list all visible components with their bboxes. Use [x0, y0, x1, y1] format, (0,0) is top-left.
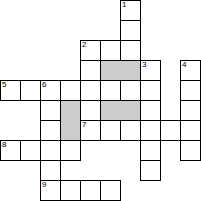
crossword-cell-r6c7[interactable] [140, 120, 161, 141]
crossword-cell-r4c2[interactable] [40, 80, 61, 101]
crossword-cell-r6c4[interactable] [80, 120, 101, 141]
crossword-cell-r4c0[interactable] [0, 80, 21, 101]
crossword-cell-r7c3[interactable] [60, 140, 81, 161]
crossword-cell-r6c8[interactable] [160, 120, 181, 141]
crossword-cell-r5c2[interactable] [40, 100, 61, 121]
crossword-cell-r6c2[interactable] [40, 120, 61, 141]
crossword-cell-r9c5[interactable] [100, 180, 121, 201]
blocked-cells-1 [100, 100, 141, 121]
crossword-cell-r2c5[interactable] [100, 40, 121, 61]
crossword-cell-r7c7[interactable] [140, 140, 161, 161]
crossword-cell-r3c4[interactable] [80, 60, 101, 81]
crossword-cell-r7c0[interactable] [0, 140, 21, 161]
crossword-cell-r5c7[interactable] [140, 100, 161, 121]
crossword-cell-r4c9[interactable] [180, 80, 201, 101]
crossword-cell-r8c7[interactable] [140, 160, 161, 181]
crossword-cell-r5c9[interactable] [180, 100, 201, 121]
crossword-cell-r4c4[interactable] [80, 80, 101, 101]
crossword-cell-r7c1[interactable] [20, 140, 41, 161]
crossword-board: 123456789 [0, 0, 201, 201]
crossword-cell-r8c2[interactable] [40, 160, 61, 181]
crossword-cell-r7c9[interactable] [180, 140, 201, 161]
crossword-cell-r9c4[interactable] [80, 180, 101, 201]
crossword-cell-r4c6[interactable] [120, 80, 141, 101]
crossword-cell-r4c3[interactable] [60, 80, 81, 101]
blocked-cells-2 [60, 100, 81, 141]
crossword-cell-r4c1[interactable] [20, 80, 41, 101]
crossword-cell-r9c3[interactable] [60, 180, 81, 201]
crossword-cell-r2c4[interactable] [80, 40, 101, 61]
crossword-cell-r9c2[interactable] [40, 180, 61, 201]
crossword-cell-r3c9[interactable] [180, 60, 201, 81]
crossword-cell-r6c5[interactable] [100, 120, 121, 141]
crossword-cell-r6c6[interactable] [120, 120, 141, 141]
blocked-cells-0 [100, 60, 141, 81]
crossword-cell-r1c6[interactable] [120, 20, 141, 41]
crossword-cell-r2c6[interactable] [120, 40, 141, 61]
crossword-cell-r7c2[interactable] [40, 140, 61, 161]
crossword-cell-r4c5[interactable] [100, 80, 121, 101]
crossword-cell-r6c9[interactable] [180, 120, 201, 141]
crossword-cell-r4c7[interactable] [140, 80, 161, 101]
crossword-cell-r0c6[interactable] [120, 0, 141, 21]
crossword-cell-r3c7[interactable] [140, 60, 161, 81]
crossword-cell-r5c4[interactable] [80, 100, 101, 121]
